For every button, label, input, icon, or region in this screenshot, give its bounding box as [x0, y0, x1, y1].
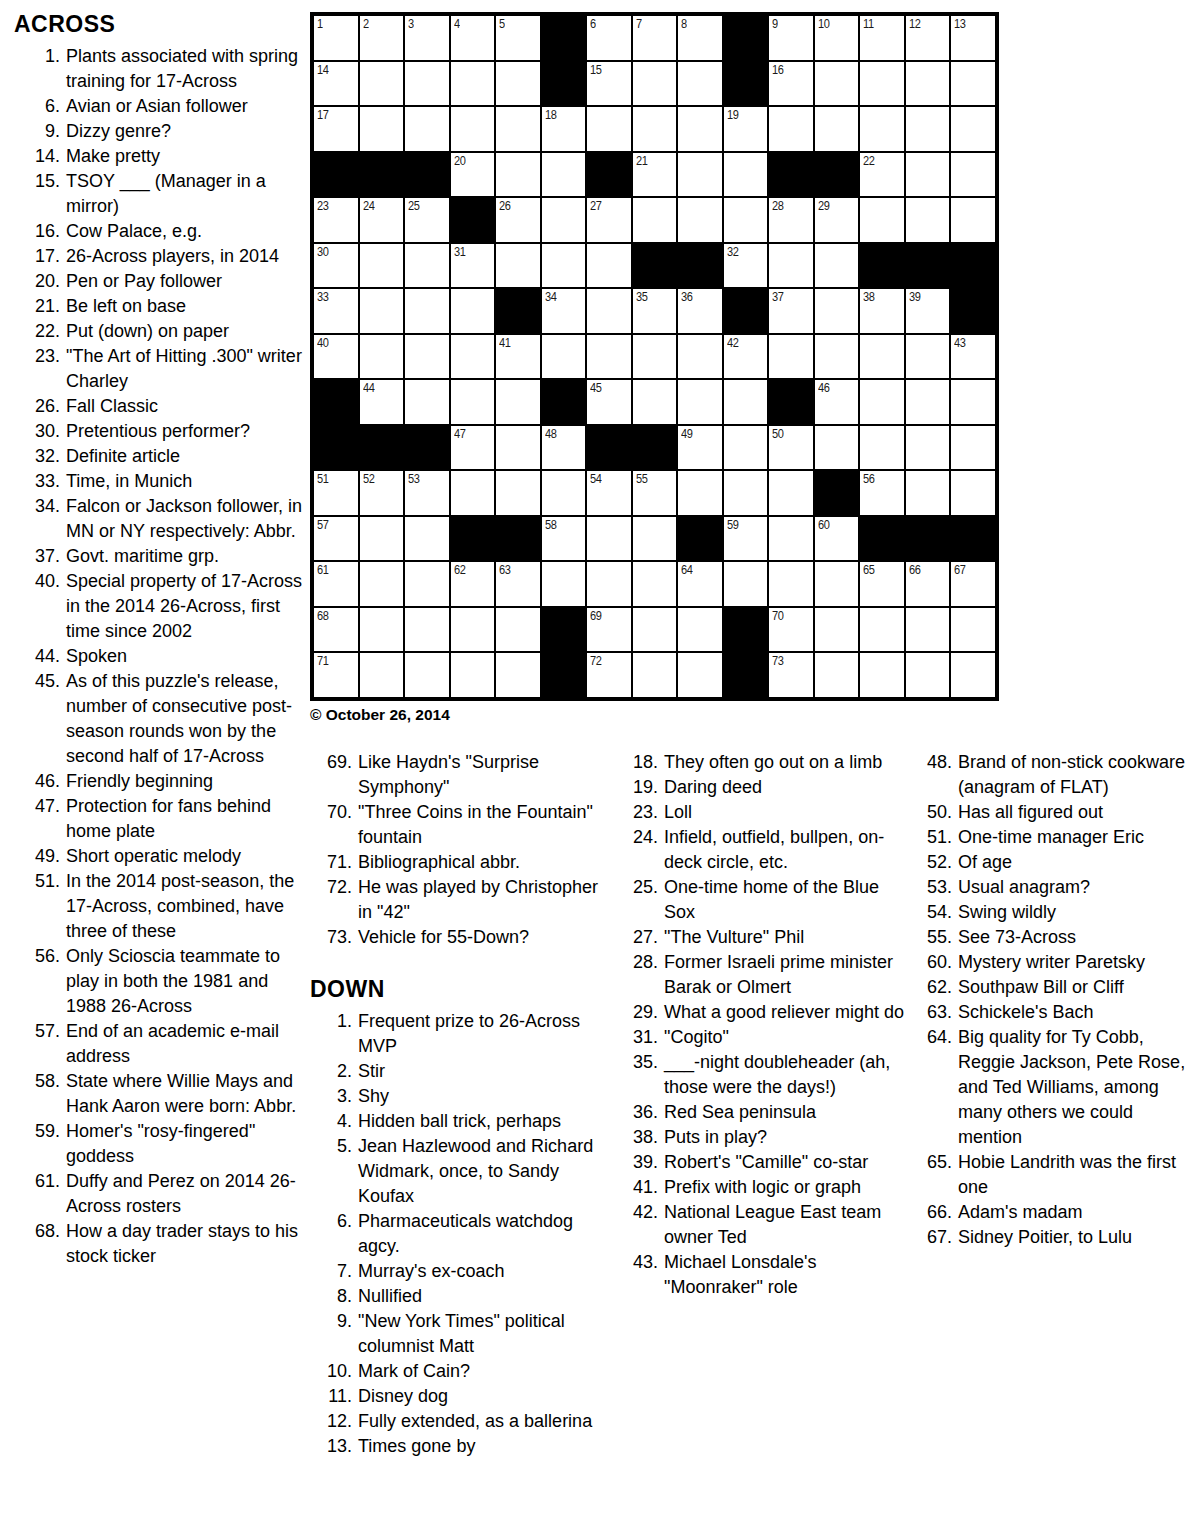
grid-cell[interactable]: 65 — [859, 561, 905, 607]
grid-block — [495, 516, 541, 562]
grid-cell[interactable] — [859, 61, 905, 107]
grid-cell[interactable]: 22 — [859, 152, 905, 198]
clue-text: Homer's "rosy-fingered" goddess — [66, 1119, 304, 1169]
grid-cell[interactable] — [495, 243, 541, 289]
grid-cell[interactable] — [677, 379, 723, 425]
grid-cell[interactable] — [404, 61, 450, 107]
clue-text: Mystery writer Paretsky — [958, 950, 1201, 975]
grid-cell[interactable] — [905, 152, 951, 198]
grid-cell[interactable] — [495, 61, 541, 107]
clue-text: "The Vulture" Phil — [664, 925, 906, 950]
clue-text: Fully extended, as a ballerina — [358, 1409, 602, 1434]
clue-number: 34. — [14, 494, 66, 519]
grid-cell[interactable]: 21 — [632, 152, 678, 198]
clue-number: 17. — [14, 244, 66, 269]
clue-text: How a day trader stays to his stock tick… — [66, 1219, 304, 1269]
cell-number: 5 — [499, 17, 505, 31]
cell-number: 23 — [317, 199, 328, 213]
grid-cell[interactable] — [450, 334, 496, 380]
grid-cell[interactable]: 28 — [768, 197, 814, 243]
grid-cell[interactable]: 50 — [768, 425, 814, 471]
clue-number: 64. — [906, 1025, 958, 1050]
cell-number: 71 — [317, 654, 328, 668]
clue-number: 24. — [612, 825, 664, 850]
grid-cell[interactable]: 1 — [313, 15, 359, 61]
grid-block — [541, 607, 587, 653]
grid-cell[interactable] — [950, 61, 996, 107]
cell-number: 21 — [636, 154, 647, 168]
grid-cell[interactable] — [450, 106, 496, 152]
grid-cell[interactable]: 51 — [313, 470, 359, 516]
grid-cell[interactable] — [586, 334, 632, 380]
cell-number: 31 — [454, 245, 465, 259]
grid-cell[interactable]: 48 — [541, 425, 587, 471]
grid-cell[interactable] — [677, 607, 723, 653]
clue-number: 22. — [14, 319, 66, 344]
clue-number: 46. — [14, 769, 66, 794]
grid-cell[interactable] — [677, 197, 723, 243]
clue-number: 59. — [14, 1119, 66, 1144]
clue-across-51: 51.In the 2014 post-season, the 17-Acros… — [14, 869, 304, 944]
grid-cell[interactable]: 41 — [495, 334, 541, 380]
grid-cell[interactable] — [404, 379, 450, 425]
cell-number: 51 — [317, 472, 328, 486]
grid-cell[interactable] — [495, 470, 541, 516]
grid-cell[interactable] — [404, 561, 450, 607]
grid-cell[interactable] — [768, 334, 814, 380]
clue-text: Shy — [358, 1084, 602, 1109]
clue-text: Southpaw Bill or Cliff — [958, 975, 1201, 1000]
grid-cell[interactable]: 73 — [768, 652, 814, 698]
grid-cell[interactable] — [450, 288, 496, 334]
clue-text: One-time manager Eric — [958, 825, 1201, 850]
grid-cell[interactable] — [723, 152, 769, 198]
grid-cell[interactable]: 5 — [495, 15, 541, 61]
clue-text: Red Sea peninsula — [664, 1100, 906, 1125]
grid-cell[interactable] — [677, 652, 723, 698]
grid-block — [359, 152, 405, 198]
grid-cell[interactable]: 2 — [359, 15, 405, 61]
grid-cell[interactable] — [814, 652, 860, 698]
grid-cell[interactable]: 9 — [768, 15, 814, 61]
clue-text: Frequent prize to 26-Across MVP — [358, 1009, 602, 1059]
grid-cell[interactable]: 61 — [313, 561, 359, 607]
cell-number: 22 — [863, 154, 874, 168]
grid-cell[interactable] — [359, 334, 405, 380]
grid-cell[interactable] — [632, 652, 678, 698]
grid-cell[interactable] — [905, 607, 951, 653]
grid-cell[interactable] — [586, 516, 632, 562]
grid-cell[interactable]: 23 — [313, 197, 359, 243]
grid-cell[interactable] — [495, 652, 541, 698]
grid-cell[interactable]: 53 — [404, 470, 450, 516]
grid-cell[interactable] — [905, 106, 951, 152]
grid-cell[interactable]: 15 — [586, 61, 632, 107]
grid-cell[interactable]: 42 — [723, 334, 769, 380]
clue-text: Michael Lonsdale's "Moonraker" role — [664, 1250, 906, 1300]
grid-cell[interactable] — [723, 470, 769, 516]
clue-across-57: 57.End of an academic e-mail address — [14, 1019, 304, 1069]
grid-block — [905, 516, 951, 562]
grid-cell[interactable] — [541, 197, 587, 243]
grid-cell[interactable] — [359, 61, 405, 107]
grid-cell[interactable]: 25 — [404, 197, 450, 243]
grid-cell[interactable]: 63 — [495, 561, 541, 607]
grid-cell[interactable] — [723, 379, 769, 425]
clue-number: 54. — [906, 900, 958, 925]
clue-number: 3. — [306, 1084, 358, 1109]
grid-cell[interactable] — [677, 152, 723, 198]
grid-cell[interactable] — [950, 106, 996, 152]
grid-cell[interactable] — [950, 379, 996, 425]
cell-number: 18 — [545, 108, 556, 122]
cell-number: 44 — [363, 381, 374, 395]
clue-number: 15. — [14, 169, 66, 194]
grid-cell[interactable] — [495, 607, 541, 653]
grid-cell[interactable] — [950, 607, 996, 653]
clue-text: One-time home of the Blue Sox — [664, 875, 906, 925]
clue-text: Spoken — [66, 644, 304, 669]
grid-cell[interactable] — [632, 61, 678, 107]
grid-cell[interactable] — [359, 516, 405, 562]
grid-cell[interactable] — [768, 470, 814, 516]
grid-cell[interactable] — [450, 470, 496, 516]
cell-number: 67 — [954, 563, 965, 577]
grid-cell[interactable] — [950, 652, 996, 698]
grid-cell[interactable]: 43 — [950, 334, 996, 380]
clue-across-17: 17.26-Across players, in 2014 — [14, 244, 304, 269]
grid-block — [404, 152, 450, 198]
grid-cell[interactable] — [586, 106, 632, 152]
grid-cell[interactable] — [905, 652, 951, 698]
clue-down-2: 2.Stir — [306, 1059, 602, 1084]
grid-cell[interactable]: 60 — [814, 516, 860, 562]
grid-cell[interactable]: 32 — [723, 243, 769, 289]
clue-down-38: 38.Puts in play? — [612, 1125, 906, 1150]
grid-cell[interactable]: 40 — [313, 334, 359, 380]
clue-number: 72. — [306, 875, 358, 900]
grid-cell[interactable]: 8 — [677, 15, 723, 61]
grid-cell[interactable] — [495, 379, 541, 425]
cell-number: 20 — [454, 154, 465, 168]
grid-cell[interactable]: 37 — [768, 288, 814, 334]
grid-cell[interactable]: 59 — [723, 516, 769, 562]
grid-block — [768, 152, 814, 198]
clue-text: Fall Classic — [66, 394, 304, 419]
grid-cell[interactable]: 55 — [632, 470, 678, 516]
grid-cell[interactable]: 14 — [313, 61, 359, 107]
grid-cell[interactable]: 39 — [905, 288, 951, 334]
clue-across-21: 21.Be left on base — [14, 294, 304, 319]
grid-cell[interactable] — [905, 470, 951, 516]
grid-cell[interactable] — [632, 607, 678, 653]
clue-number: 51. — [906, 825, 958, 850]
grid-cell[interactable] — [450, 652, 496, 698]
grid-cell[interactable]: 7 — [632, 15, 678, 61]
cell-number: 14 — [317, 63, 328, 77]
clue-across-32: 32.Definite article — [14, 444, 304, 469]
grid-cell[interactable]: 56 — [859, 470, 905, 516]
clue-number: 9. — [14, 119, 66, 144]
grid-cell[interactable]: 62 — [450, 561, 496, 607]
grid-cell[interactable] — [905, 334, 951, 380]
clue-number: 16. — [14, 219, 66, 244]
clue-number: 61. — [14, 1169, 66, 1194]
grid-cell[interactable]: 58 — [541, 516, 587, 562]
grid-cell[interactable] — [905, 197, 951, 243]
grid-cell[interactable] — [495, 106, 541, 152]
cell-number: 2 — [363, 17, 369, 31]
cell-number: 1 — [317, 17, 323, 31]
grid-cell[interactable]: 16 — [768, 61, 814, 107]
grid-cell[interactable] — [814, 425, 860, 471]
grid-cell[interactable] — [450, 61, 496, 107]
grid-cell[interactable] — [632, 516, 678, 562]
grid-block — [541, 15, 587, 61]
grid-block — [359, 425, 405, 471]
grid-cell[interactable] — [632, 334, 678, 380]
grid-block — [404, 425, 450, 471]
across-clues-list-continued: 69.Like Haydn's "Surprise Symphony"70."T… — [306, 750, 602, 950]
grid-cell[interactable] — [814, 106, 860, 152]
grid-cell[interactable]: 57 — [313, 516, 359, 562]
grid-cell[interactable] — [723, 425, 769, 471]
grid-cell[interactable] — [404, 516, 450, 562]
clue-number: 66. — [906, 1200, 958, 1225]
grid-cell[interactable]: 33 — [313, 288, 359, 334]
grid-cell[interactable]: 12 — [905, 15, 951, 61]
grid-cell[interactable] — [632, 379, 678, 425]
grid-cell[interactable] — [905, 61, 951, 107]
clue-number: 14. — [14, 144, 66, 169]
grid-cell[interactable] — [723, 197, 769, 243]
grid-cell[interactable] — [404, 652, 450, 698]
grid-cell[interactable] — [404, 334, 450, 380]
clue-across-46: 46.Friendly beginning — [14, 769, 304, 794]
grid-cell[interactable] — [359, 243, 405, 289]
grid-cell[interactable]: 17 — [313, 106, 359, 152]
grid-cell[interactable] — [814, 61, 860, 107]
grid-cell[interactable] — [814, 243, 860, 289]
grid-cell[interactable] — [859, 607, 905, 653]
cell-number: 50 — [772, 427, 783, 441]
grid-block — [632, 243, 678, 289]
grid-block — [859, 243, 905, 289]
grid-cell[interactable]: 72 — [586, 652, 632, 698]
clue-down-39: 39.Robert's "Camille" co-star — [612, 1150, 906, 1175]
grid-cell[interactable]: 47 — [450, 425, 496, 471]
grid-cell[interactable] — [768, 243, 814, 289]
clue-down-48: 48.Brand of non-stick cookware (anagram … — [906, 750, 1201, 800]
clue-text: Mark of Cain? — [358, 1359, 602, 1384]
grid-block — [950, 243, 996, 289]
grid-cell[interactable]: 26 — [495, 197, 541, 243]
grid-cell[interactable] — [677, 106, 723, 152]
clue-text: Adam's madam — [958, 1200, 1201, 1225]
clue-down-9: 9."New York Times" political columnist M… — [306, 1309, 602, 1359]
grid-cell[interactable] — [859, 379, 905, 425]
grid-cell[interactable] — [768, 516, 814, 562]
grid-cell[interactable]: 20 — [450, 152, 496, 198]
grid-cell[interactable] — [450, 607, 496, 653]
grid-cell[interactable]: 69 — [586, 607, 632, 653]
grid-cell[interactable]: 46 — [814, 379, 860, 425]
grid-cell[interactable] — [495, 152, 541, 198]
grid-cell[interactable] — [859, 652, 905, 698]
grid-cell[interactable]: 11 — [859, 15, 905, 61]
clue-number: 67. — [906, 1225, 958, 1250]
grid-cell[interactable] — [905, 379, 951, 425]
grid-cell[interactable]: 49 — [677, 425, 723, 471]
grid-cell[interactable] — [359, 106, 405, 152]
clue-down-29: 29.What a good reliever might do — [612, 1000, 906, 1025]
clue-down-55: 55.See 73-Across — [906, 925, 1201, 950]
grid-cell[interactable] — [859, 425, 905, 471]
grid-cell[interactable] — [950, 425, 996, 471]
grid-cell[interactable]: 19 — [723, 106, 769, 152]
clue-down-13: 13.Times gone by — [306, 1434, 602, 1459]
grid-cell[interactable] — [541, 243, 587, 289]
clue-text: Jean Hazlewood and Richard Widmark, once… — [358, 1134, 602, 1209]
grid-cell[interactable]: 38 — [859, 288, 905, 334]
grid-cell[interactable] — [359, 607, 405, 653]
grid-cell[interactable]: 66 — [905, 561, 951, 607]
grid-cell[interactable]: 10 — [814, 15, 860, 61]
grid-cell[interactable] — [541, 152, 587, 198]
grid-cell[interactable] — [586, 288, 632, 334]
cell-number: 48 — [545, 427, 556, 441]
clue-text: Hobie Landrith was the first one — [958, 1150, 1201, 1200]
grid-cell[interactable]: 13 — [950, 15, 996, 61]
grid-cell[interactable]: 34 — [541, 288, 587, 334]
grid-cell[interactable] — [859, 106, 905, 152]
grid-cell[interactable] — [632, 106, 678, 152]
grid-cell[interactable]: 18 — [541, 106, 587, 152]
grid-cell[interactable]: 67 — [950, 561, 996, 607]
clue-number: 1. — [306, 1009, 358, 1034]
grid-cell[interactable]: 52 — [359, 470, 405, 516]
cell-number: 16 — [772, 63, 783, 77]
grid-cell[interactable] — [814, 607, 860, 653]
cell-number: 65 — [863, 563, 874, 577]
grid-cell[interactable]: 31 — [450, 243, 496, 289]
grid-block — [768, 379, 814, 425]
grid-cell[interactable] — [541, 334, 587, 380]
grid-cell[interactable] — [723, 561, 769, 607]
grid-cell[interactable] — [814, 561, 860, 607]
clue-text: Special property of 17-Across in the 201… — [66, 569, 304, 644]
clue-text: As of this puzzle's release, number of c… — [66, 669, 304, 769]
grid-cell[interactable] — [905, 425, 951, 471]
grid-cell[interactable]: 45 — [586, 379, 632, 425]
grid-cell[interactable] — [586, 561, 632, 607]
grid-cell[interactable] — [814, 334, 860, 380]
cell-number: 54 — [590, 472, 601, 486]
grid-cell[interactable]: 71 — [313, 652, 359, 698]
grid-cell[interactable] — [677, 334, 723, 380]
grid-cell[interactable] — [632, 197, 678, 243]
grid-cell[interactable] — [404, 243, 450, 289]
grid-cell[interactable]: 6 — [586, 15, 632, 61]
clue-down-54: 54.Swing wildly — [906, 900, 1201, 925]
clue-text: Disney dog — [358, 1384, 602, 1409]
grid-cell[interactable]: 29 — [814, 197, 860, 243]
clue-down-67: 67.Sidney Poitier, to Lulu — [906, 1225, 1201, 1250]
grid-cell[interactable] — [359, 288, 405, 334]
grid-cell[interactable] — [450, 379, 496, 425]
grid-cell[interactable] — [404, 106, 450, 152]
clue-number: 37. — [14, 544, 66, 569]
grid-cell[interactable] — [359, 561, 405, 607]
cell-number: 35 — [636, 290, 647, 304]
grid-cell[interactable] — [859, 197, 905, 243]
clue-number: 52. — [906, 850, 958, 875]
grid-block — [723, 652, 769, 698]
clue-across-9: 9.Dizzy genre? — [14, 119, 304, 144]
grid-cell[interactable]: 27 — [586, 197, 632, 243]
grid-cell[interactable] — [677, 470, 723, 516]
grid-cell[interactable] — [859, 334, 905, 380]
grid-cell[interactable] — [541, 470, 587, 516]
grid-cell[interactable]: 30 — [313, 243, 359, 289]
clue-number: 62. — [906, 975, 958, 1000]
grid-cell[interactable]: 24 — [359, 197, 405, 243]
clue-down-11: 11.Disney dog — [306, 1384, 602, 1409]
cell-number: 70 — [772, 609, 783, 623]
grid-cell[interactable] — [768, 561, 814, 607]
grid-cell[interactable] — [677, 61, 723, 107]
grid-cell[interactable] — [586, 243, 632, 289]
cell-number: 42 — [727, 336, 738, 350]
clue-down-27: 27."The Vulture" Phil — [612, 925, 906, 950]
cell-number: 7 — [636, 17, 642, 31]
grid-cell[interactable]: 68 — [313, 607, 359, 653]
grid-cell[interactable] — [768, 106, 814, 152]
clue-text: Hidden ball trick, perhaps — [358, 1109, 602, 1134]
grid-cell[interactable]: 44 — [359, 379, 405, 425]
cell-number: 61 — [317, 563, 328, 577]
grid-cell[interactable] — [950, 152, 996, 198]
grid-cell[interactable] — [541, 561, 587, 607]
cell-number: 73 — [772, 654, 783, 668]
cell-number: 52 — [363, 472, 374, 486]
grid-cell[interactable]: 64 — [677, 561, 723, 607]
grid-cell[interactable] — [632, 561, 678, 607]
grid-cell[interactable]: 35 — [632, 288, 678, 334]
cell-number: 24 — [363, 199, 374, 213]
grid-block — [313, 425, 359, 471]
grid-cell[interactable] — [359, 652, 405, 698]
grid-cell[interactable] — [950, 197, 996, 243]
grid-cell[interactable]: 3 — [404, 15, 450, 61]
cell-number: 26 — [499, 199, 510, 213]
grid-cell[interactable]: 36 — [677, 288, 723, 334]
grid-cell[interactable] — [404, 288, 450, 334]
clue-text: Stir — [358, 1059, 602, 1084]
clue-across-22: 22.Put (down) on paper — [14, 319, 304, 344]
clue-number: 56. — [14, 944, 66, 969]
clue-down-66: 66.Adam's madam — [906, 1200, 1201, 1225]
grid-cell[interactable] — [495, 425, 541, 471]
grid-cell[interactable]: 70 — [768, 607, 814, 653]
grid-cell[interactable] — [404, 607, 450, 653]
grid-cell[interactable] — [950, 470, 996, 516]
grid-cell[interactable]: 4 — [450, 15, 496, 61]
clue-text: Pen or Pay follower — [66, 269, 304, 294]
clue-text: Loll — [664, 800, 906, 825]
grid-cell[interactable] — [814, 288, 860, 334]
grid-cell[interactable]: 54 — [586, 470, 632, 516]
